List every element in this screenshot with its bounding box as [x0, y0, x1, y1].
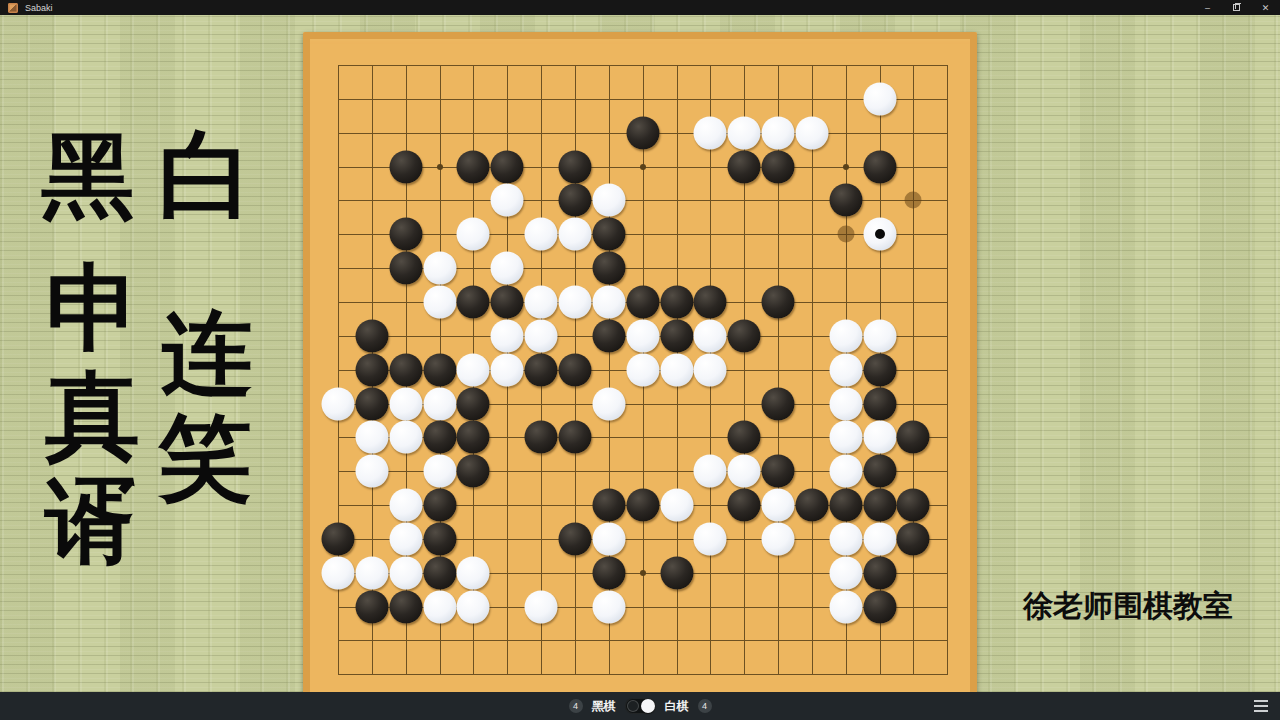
stone-black[interactable]: [423, 489, 456, 522]
stone-black[interactable]: [728, 150, 761, 183]
stone-black[interactable]: [389, 218, 422, 251]
watermark-text: 徐老师围棋教室: [1023, 586, 1239, 627]
stone-white[interactable]: [389, 489, 422, 522]
stone-white[interactable]: [389, 522, 422, 555]
stone-white[interactable]: [829, 387, 862, 420]
stone-black[interactable]: [525, 421, 558, 454]
sabaki-window: Sabaki – ✕ 黑 白 申 连 真 笑 谞 徐老师围棋教室 4 黑棋 白棋…: [0, 0, 1280, 720]
stone-black[interactable]: [592, 252, 625, 285]
white-player-label: 白棋: [665, 698, 689, 715]
stone-white[interactable]: [863, 82, 896, 115]
stone-white[interactable]: [389, 556, 422, 589]
stone-white[interactable]: [592, 184, 625, 217]
stone-black[interactable]: [897, 421, 930, 454]
grid-hline: [338, 640, 948, 641]
caption-white-char-3: 笑: [158, 411, 252, 505]
stone-black[interactable]: [389, 150, 422, 183]
stone-black[interactable]: [491, 285, 524, 318]
stone-white[interactable]: [762, 116, 795, 149]
stone-black[interactable]: [829, 489, 862, 522]
stone-white[interactable]: [626, 319, 659, 352]
stone-black[interactable]: [863, 353, 896, 386]
stone-black[interactable]: [592, 319, 625, 352]
stone-white[interactable]: [491, 353, 524, 386]
stone-white[interactable]: [355, 556, 388, 589]
stone-black[interactable]: [897, 522, 930, 555]
grid-vline: [947, 65, 948, 675]
stone-black[interactable]: [762, 150, 795, 183]
stone-white[interactable]: [829, 556, 862, 589]
stone-black[interactable]: [897, 489, 930, 522]
stone-white[interactable]: [322, 387, 355, 420]
black-captures-badge: 4: [569, 699, 583, 713]
last-move-marker: [875, 229, 885, 239]
stone-black[interactable]: [525, 353, 558, 386]
stone-black[interactable]: [558, 184, 591, 217]
stone-white[interactable]: [491, 252, 524, 285]
grid-vline: [812, 65, 813, 675]
stone-black[interactable]: [355, 353, 388, 386]
stone-black[interactable]: [457, 455, 490, 488]
caption-black-char-1: 黑: [41, 130, 134, 223]
caption-white-char-1: 白: [158, 127, 254, 223]
window-title: Sabaki: [25, 3, 53, 13]
star-point: [640, 570, 646, 576]
stone-white[interactable]: [660, 353, 693, 386]
stone-black[interactable]: [626, 285, 659, 318]
stone-black[interactable]: [829, 184, 862, 217]
stone-black[interactable]: [863, 556, 896, 589]
black-slot-icon: [627, 700, 639, 712]
stone-black[interactable]: [355, 319, 388, 352]
stone-black[interactable]: [389, 590, 422, 623]
grid-hline: [338, 674, 948, 675]
stone-white[interactable]: [389, 387, 422, 420]
stone-black[interactable]: [457, 421, 490, 454]
stone-white[interactable]: [762, 522, 795, 555]
stone-white[interactable]: [863, 319, 896, 352]
stone-black[interactable]: [457, 285, 490, 318]
caption-black-char-4: 谞: [45, 475, 137, 567]
stone-white[interactable]: [457, 556, 490, 589]
stone-white[interactable]: [829, 590, 862, 623]
stone-white[interactable]: [558, 218, 591, 251]
stone-black[interactable]: [423, 522, 456, 555]
stone-black[interactable]: [457, 150, 490, 183]
stone-black[interactable]: [355, 590, 388, 623]
stone-black[interactable]: [491, 150, 524, 183]
ghost-stone-marker: [905, 192, 922, 209]
minimize-button[interactable]: –: [1193, 0, 1222, 15]
stone-white[interactable]: [694, 319, 727, 352]
stone-white[interactable]: [660, 489, 693, 522]
stone-black[interactable]: [423, 421, 456, 454]
stone-black[interactable]: [592, 218, 625, 251]
grid-vline: [913, 65, 914, 675]
stone-white[interactable]: [423, 252, 456, 285]
stone-white[interactable]: [592, 590, 625, 623]
stone-black[interactable]: [592, 489, 625, 522]
stone-white[interactable]: [322, 556, 355, 589]
stone-white[interactable]: [491, 319, 524, 352]
stone-white[interactable]: [728, 116, 761, 149]
sabaki-app-icon: [8, 3, 18, 13]
stone-black[interactable]: [457, 387, 490, 420]
stone-white[interactable]: [592, 387, 625, 420]
caption-black-char-3: 真: [45, 369, 140, 464]
close-button[interactable]: ✕: [1251, 0, 1280, 15]
stone-black[interactable]: [728, 421, 761, 454]
stone-white[interactable]: [795, 116, 828, 149]
stone-black[interactable]: [728, 319, 761, 352]
stone-black[interactable]: [660, 285, 693, 318]
stone-black[interactable]: [863, 455, 896, 488]
stone-black[interactable]: [626, 489, 659, 522]
stone-black[interactable]: [863, 590, 896, 623]
white-turn-knob-icon: [641, 699, 655, 713]
stone-white[interactable]: [525, 319, 558, 352]
stone-black[interactable]: [558, 522, 591, 555]
window-controls: – ✕: [1193, 0, 1280, 15]
stone-white[interactable]: [829, 455, 862, 488]
stone-black[interactable]: [389, 353, 422, 386]
stone-black[interactable]: [558, 421, 591, 454]
stone-white[interactable]: [863, 522, 896, 555]
stone-white[interactable]: [829, 522, 862, 555]
stone-black[interactable]: [355, 387, 388, 420]
stone-white[interactable]: [592, 285, 625, 318]
star-point: [437, 164, 443, 170]
stone-white[interactable]: [728, 455, 761, 488]
stone-black[interactable]: [660, 556, 693, 589]
stone-white[interactable]: [423, 455, 456, 488]
stone-white[interactable]: [491, 184, 524, 217]
stone-black[interactable]: [558, 353, 591, 386]
stone-black[interactable]: [728, 489, 761, 522]
stone-black[interactable]: [423, 556, 456, 589]
go-board[interactable]: [303, 32, 977, 706]
stone-white[interactable]: [829, 421, 862, 454]
stone-white[interactable]: [457, 590, 490, 623]
stone-black[interactable]: [694, 285, 727, 318]
stone-black[interactable]: [762, 455, 795, 488]
restore-icon: [1233, 4, 1240, 11]
stone-white[interactable]: [525, 218, 558, 251]
main-area: 黑 白 申 连 真 笑 谞 徐老师围棋教室: [0, 15, 1280, 692]
stone-white[interactable]: [694, 522, 727, 555]
stone-black[interactable]: [626, 116, 659, 149]
stone-black[interactable]: [322, 522, 355, 555]
stone-white[interactable]: [389, 421, 422, 454]
title-bar: Sabaki – ✕: [0, 0, 1280, 15]
stone-white[interactable]: [829, 319, 862, 352]
star-point: [640, 164, 646, 170]
stone-white[interactable]: [457, 353, 490, 386]
stone-white[interactable]: [355, 421, 388, 454]
caption-black-char-2: 申: [46, 261, 141, 356]
stone-white[interactable]: [423, 590, 456, 623]
stone-black[interactable]: [863, 150, 896, 183]
stone-white[interactable]: [592, 522, 625, 555]
stone-black[interactable]: [660, 319, 693, 352]
stone-white[interactable]: [694, 116, 727, 149]
stone-white[interactable]: [457, 218, 490, 251]
stone-black[interactable]: [762, 387, 795, 420]
restore-button[interactable]: [1222, 0, 1251, 15]
stone-white[interactable]: [423, 285, 456, 318]
stone-black[interactable]: [592, 556, 625, 589]
stone-black[interactable]: [762, 285, 795, 318]
stone-white[interactable]: [525, 285, 558, 318]
star-point: [843, 164, 849, 170]
stone-white[interactable]: [355, 455, 388, 488]
stone-black[interactable]: [423, 353, 456, 386]
stone-white[interactable]: [863, 421, 896, 454]
stone-black[interactable]: [863, 387, 896, 420]
stone-white[interactable]: [829, 353, 862, 386]
stone-white[interactable]: [694, 353, 727, 386]
stone-white[interactable]: [525, 590, 558, 623]
stone-white[interactable]: [626, 353, 659, 386]
black-player-label: 黑棋: [592, 698, 616, 715]
stone-white[interactable]: [762, 489, 795, 522]
hamburger-menu-icon[interactable]: [1254, 699, 1270, 713]
stone-white[interactable]: [558, 285, 591, 318]
stone-black[interactable]: [389, 252, 422, 285]
stone-black[interactable]: [863, 489, 896, 522]
stone-black[interactable]: [558, 150, 591, 183]
stone-black[interactable]: [795, 489, 828, 522]
stone-white[interactable]: [694, 455, 727, 488]
turn-toggle[interactable]: [625, 698, 656, 714]
caption-white-char-2: 连: [161, 307, 253, 399]
white-captures-badge: 4: [698, 699, 712, 713]
ghost-stone-marker: [837, 226, 854, 243]
bottom-toolbar: 4 黑棋 白棋 4: [0, 692, 1280, 720]
stone-white[interactable]: [423, 387, 456, 420]
